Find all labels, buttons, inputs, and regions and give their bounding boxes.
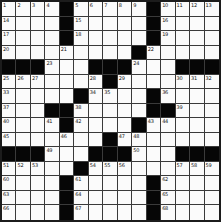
cell-r6c3[interactable]: 27 — [31, 75, 45, 90]
cell-r6c5[interactable] — [60, 75, 74, 90]
cell-r12c11[interactable] — [147, 162, 161, 177]
clue-number-56: 56 — [119, 162, 125, 168]
cell-r6c11[interactable] — [147, 75, 161, 90]
cell-r2c14[interactable] — [190, 17, 204, 32]
cell-r12c2[interactable]: 52 — [16, 162, 30, 177]
cell-r1c6[interactable]: 5 — [74, 2, 88, 17]
cell-r11c4[interactable]: 49 — [45, 147, 59, 162]
cell-r4c13[interactable] — [176, 46, 190, 61]
cell-r10c13[interactable] — [176, 133, 190, 148]
cell-r3c4[interactable] — [45, 31, 59, 46]
cell-r9c3[interactable] — [31, 118, 45, 133]
cell-r7c4[interactable] — [45, 89, 59, 104]
cell-r8c13[interactable]: 39 — [176, 104, 190, 119]
cell-r12c12[interactable] — [161, 162, 175, 177]
cell-r4c8[interactable] — [103, 46, 117, 61]
cell-r9c14[interactable] — [190, 118, 204, 133]
clue-number-4: 4 — [46, 2, 49, 8]
cell-r3c3[interactable] — [31, 31, 45, 46]
black-cell-r11c14 — [190, 147, 204, 162]
cell-r1c1[interactable]: 1 — [2, 2, 16, 17]
cell-r4c3[interactable] — [31, 46, 45, 61]
clue-number-36: 36 — [162, 89, 168, 95]
black-cell-r11c3 — [31, 147, 45, 162]
black-cell-r11c8 — [103, 147, 117, 162]
clue-number-66: 66 — [3, 205, 9, 211]
cell-r13c8[interactable] — [103, 176, 117, 191]
cell-r12c13[interactable]: 57 — [176, 162, 190, 177]
cell-r15c12[interactable]: 68 — [161, 205, 175, 220]
cell-r10c4[interactable] — [45, 133, 59, 148]
cell-r7c3[interactable] — [31, 89, 45, 104]
black-cell-r9c10 — [132, 118, 146, 133]
cell-r6c6[interactable] — [74, 75, 88, 90]
cell-r7c14[interactable] — [190, 89, 204, 104]
cell-r12c7[interactable]: 54 — [89, 162, 103, 177]
cell-r3c8[interactable] — [103, 31, 117, 46]
clue-number-55: 55 — [104, 162, 110, 168]
cell-r12c5[interactable] — [60, 162, 74, 177]
cell-r3c9[interactable] — [118, 31, 132, 46]
clue-number-2: 2 — [17, 2, 20, 8]
cell-r10c3[interactable] — [31, 133, 45, 148]
black-cell-r1c5 — [60, 2, 74, 17]
clue-number-34: 34 — [90, 89, 96, 95]
clue-number-61: 61 — [75, 176, 81, 182]
clue-number-6: 6 — [90, 2, 93, 8]
cell-r8c3[interactable] — [31, 104, 45, 119]
clue-number-26: 26 — [17, 75, 23, 81]
black-cell-r5c13 — [176, 60, 190, 75]
black-cell-r3c5 — [60, 31, 74, 46]
cell-r1c15[interactable]: 13 — [205, 2, 219, 17]
cell-r2c7[interactable] — [89, 17, 103, 32]
clue-number-62: 62 — [162, 176, 168, 182]
cell-r14c2[interactable] — [16, 191, 30, 206]
cell-r4c6[interactable] — [74, 46, 88, 61]
clue-number-35: 35 — [104, 89, 110, 95]
black-cell-r11c9 — [118, 147, 132, 162]
cell-r1c14[interactable]: 12 — [190, 2, 204, 17]
clue-number-57: 57 — [177, 162, 183, 168]
cell-r10c7[interactable] — [89, 133, 103, 148]
cell-r8c7[interactable] — [89, 104, 103, 119]
cell-r2c15[interactable] — [205, 17, 219, 32]
black-cell-r5c1 — [2, 60, 16, 75]
clue-number-28: 28 — [90, 75, 96, 81]
cell-r5c10[interactable]: 24 — [132, 60, 146, 75]
clue-number-3: 3 — [32, 2, 35, 8]
cell-r12c8[interactable]: 55 — [103, 162, 117, 177]
cell-r13c4[interactable] — [45, 176, 59, 191]
black-cell-r2c5 — [60, 17, 74, 32]
black-cell-r13c11 — [147, 176, 161, 191]
cell-r6c14[interactable]: 31 — [190, 75, 204, 90]
clue-number-7: 7 — [104, 2, 107, 8]
cell-r2c8[interactable] — [103, 17, 117, 32]
cell-r12c4[interactable] — [45, 162, 59, 177]
cell-r4c2[interactable] — [16, 46, 30, 61]
clue-number-41: 41 — [46, 118, 52, 124]
cell-r14c1[interactable]: 63 — [2, 191, 16, 206]
cell-r5c4[interactable]: 23 — [45, 60, 59, 75]
black-cell-r10c8 — [103, 133, 117, 148]
cell-r11c10[interactable]: 50 — [132, 147, 146, 162]
cell-r10c11[interactable] — [147, 133, 161, 148]
clue-number-23: 23 — [46, 60, 52, 66]
cell-r7c12[interactable]: 36 — [161, 89, 175, 104]
cell-r3c6[interactable]: 18 — [74, 31, 88, 46]
cell-r3c13[interactable] — [176, 31, 190, 46]
cell-r3c12[interactable]: 19 — [161, 31, 175, 46]
cell-r10c10[interactable]: 48 — [132, 133, 146, 148]
crossword-puzzle: 1234567891011121314151617181920212223242… — [0, 0, 221, 222]
cell-r12c10[interactable] — [132, 162, 146, 177]
cell-r6c12[interactable] — [161, 75, 175, 90]
cell-r10c12[interactable] — [161, 133, 175, 148]
cell-r13c6[interactable]: 61 — [74, 176, 88, 191]
cell-r1c9[interactable]: 8 — [118, 2, 132, 17]
clue-number-47: 47 — [119, 133, 125, 139]
cell-r7c5[interactable] — [60, 89, 74, 104]
cell-r10c6[interactable] — [74, 133, 88, 148]
cell-r9c1[interactable]: 40 — [2, 118, 16, 133]
cell-r1c10[interactable]: 9 — [132, 2, 146, 17]
clue-number-30: 30 — [177, 75, 183, 81]
clue-number-1: 1 — [3, 2, 6, 8]
clue-number-19: 19 — [162, 31, 168, 37]
clue-number-54: 54 — [90, 162, 96, 168]
clue-number-38: 38 — [75, 104, 81, 110]
cell-r3c1[interactable]: 17 — [2, 31, 16, 46]
clue-number-25: 25 — [3, 75, 9, 81]
cell-r14c12[interactable]: 65 — [161, 191, 175, 206]
cell-r8c10[interactable] — [132, 104, 146, 119]
cell-r13c1[interactable]: 60 — [2, 176, 16, 191]
clue-number-27: 27 — [32, 75, 38, 81]
clue-number-15: 15 — [75, 17, 81, 23]
cell-r14c14[interactable] — [190, 191, 204, 206]
cell-r2c9[interactable] — [118, 17, 132, 32]
cell-r8c9[interactable] — [118, 104, 132, 119]
cell-r9c13[interactable] — [176, 118, 190, 133]
cell-r4c7[interactable] — [89, 46, 103, 61]
cell-r9c4[interactable]: 41 — [45, 118, 59, 133]
cell-r15c15[interactable] — [205, 205, 219, 220]
crossword-grid: 1234567891011121314151617181920212223242… — [0, 0, 221, 222]
cell-r9c11[interactable]: 43 — [147, 118, 161, 133]
cell-r7c13[interactable] — [176, 89, 190, 104]
black-cell-r8c5 — [60, 104, 74, 119]
cell-r5c6[interactable] — [74, 60, 88, 75]
cell-r11c12[interactable] — [161, 147, 175, 162]
cell-r13c2[interactable] — [16, 176, 30, 191]
cell-r15c1[interactable]: 66 — [2, 205, 16, 220]
clue-number-45: 45 — [3, 133, 9, 139]
clue-number-68: 68 — [162, 205, 168, 211]
cell-r10c2[interactable] — [16, 133, 30, 148]
cell-r14c3[interactable] — [31, 191, 45, 206]
cell-r13c13[interactable] — [176, 176, 190, 191]
cell-r8c15[interactable] — [205, 104, 219, 119]
cell-r3c2[interactable] — [16, 31, 30, 46]
cell-r13c3[interactable] — [31, 176, 45, 191]
clue-number-20: 20 — [3, 46, 9, 52]
black-cell-r15c5 — [60, 205, 74, 220]
cell-r8c2[interactable] — [16, 104, 30, 119]
clue-number-9: 9 — [133, 2, 136, 8]
cell-r15c10[interactable] — [132, 205, 146, 220]
cell-r5c5[interactable] — [60, 60, 74, 75]
clue-number-29: 29 — [119, 75, 125, 81]
cell-r13c14[interactable] — [190, 176, 204, 191]
cell-r3c15[interactable] — [205, 31, 219, 46]
cell-r14c4[interactable] — [45, 191, 59, 206]
cell-r7c10[interactable] — [132, 89, 146, 104]
cell-r9c15[interactable] — [205, 118, 219, 133]
cell-r2c10[interactable] — [132, 17, 146, 32]
clue-number-60: 60 — [3, 176, 9, 182]
black-cell-r5c3 — [31, 60, 45, 75]
cell-r11c6[interactable] — [74, 147, 88, 162]
black-cell-r2c11 — [147, 17, 161, 32]
black-cell-r9c5 — [60, 118, 74, 133]
cell-r7c15[interactable] — [205, 89, 219, 104]
clue-number-21: 21 — [61, 46, 67, 52]
cell-r7c9[interactable] — [118, 89, 132, 104]
clue-number-32: 32 — [206, 75, 212, 81]
clue-number-67: 67 — [75, 205, 81, 211]
cell-r14c15[interactable] — [205, 191, 219, 206]
clue-number-33: 33 — [3, 89, 9, 95]
black-cell-r11c7 — [89, 147, 103, 162]
cell-r2c13[interactable] — [176, 17, 190, 32]
cell-r1c13[interactable]: 11 — [176, 2, 190, 17]
cell-r2c2[interactable] — [16, 17, 30, 32]
black-cell-r13c5 — [60, 176, 74, 191]
cell-r9c8[interactable] — [103, 118, 117, 133]
cell-r8c6[interactable]: 38 — [74, 104, 88, 119]
clue-number-48: 48 — [133, 133, 139, 139]
cell-r6c9[interactable]: 29 — [118, 75, 132, 90]
cell-r7c8[interactable]: 35 — [103, 89, 117, 104]
cell-r1c12[interactable]: 10 — [161, 2, 175, 17]
clue-number-31: 31 — [191, 75, 197, 81]
cell-r9c6[interactable]: 42 — [74, 118, 88, 133]
cell-r6c15[interactable]: 32 — [205, 75, 219, 90]
cell-r9c9[interactable] — [118, 118, 132, 133]
cell-r13c15[interactable] — [205, 176, 219, 191]
black-cell-r7c6 — [74, 89, 88, 104]
clue-number-16: 16 — [162, 17, 168, 23]
clue-number-11: 11 — [177, 2, 183, 8]
cell-r4c15[interactable] — [205, 46, 219, 61]
clue-number-18: 18 — [75, 31, 81, 37]
cell-r2c1[interactable]: 14 — [2, 17, 16, 32]
black-cell-r5c15 — [205, 60, 219, 75]
cell-r12c14[interactable]: 58 — [190, 162, 204, 177]
black-cell-r5c2 — [16, 60, 30, 75]
cell-r15c7[interactable] — [89, 205, 103, 220]
cell-r6c1[interactable]: 25 — [2, 75, 16, 90]
black-cell-r12c6 — [74, 162, 88, 177]
clue-number-13: 13 — [206, 2, 212, 8]
clue-number-22: 22 — [148, 46, 154, 52]
cell-r2c3[interactable] — [31, 17, 45, 32]
cell-r15c6[interactable]: 67 — [74, 205, 88, 220]
black-cell-r5c9 — [118, 60, 132, 75]
black-cell-r14c5 — [60, 191, 74, 206]
clue-number-46: 46 — [61, 133, 67, 139]
cell-r15c9[interactable] — [118, 205, 132, 220]
cell-r10c1[interactable]: 45 — [2, 133, 16, 148]
clue-number-17: 17 — [3, 31, 9, 37]
black-cell-r5c8 — [103, 60, 117, 75]
cell-r7c1[interactable]: 33 — [2, 89, 16, 104]
clue-number-59: 59 — [206, 162, 212, 168]
cell-r4c1[interactable]: 20 — [2, 46, 16, 61]
cell-r2c12[interactable]: 16 — [161, 17, 175, 32]
clue-number-43: 43 — [148, 118, 154, 124]
cell-r14c13[interactable] — [176, 191, 190, 206]
cell-r4c9[interactable] — [118, 46, 132, 61]
cell-r13c10[interactable] — [132, 176, 146, 191]
clue-number-39: 39 — [177, 104, 183, 110]
cell-r8c8[interactable] — [103, 104, 117, 119]
cell-r6c13[interactable]: 30 — [176, 75, 190, 90]
black-cell-r7c11 — [147, 89, 161, 104]
cell-r15c13[interactable] — [176, 205, 190, 220]
cell-r8c14[interactable] — [190, 104, 204, 119]
clue-number-24: 24 — [133, 60, 139, 66]
clue-number-12: 12 — [191, 2, 197, 8]
black-cell-r11c13 — [176, 147, 190, 162]
black-cell-r5c7 — [89, 60, 103, 75]
cell-r14c7[interactable] — [89, 191, 103, 206]
black-cell-r3c11 — [147, 31, 161, 46]
cell-r4c11[interactable]: 22 — [147, 46, 161, 61]
black-cell-r5c14 — [190, 60, 204, 75]
cell-r15c3[interactable] — [31, 205, 45, 220]
cell-r1c8[interactable]: 7 — [103, 2, 117, 17]
cell-r15c14[interactable] — [190, 205, 204, 220]
cell-r5c12[interactable] — [161, 60, 175, 75]
cell-r10c14[interactable] — [190, 133, 204, 148]
cell-r9c12[interactable]: 44 — [161, 118, 175, 133]
cell-r1c7[interactable]: 6 — [89, 2, 103, 17]
black-cell-r6c8 — [103, 75, 117, 90]
cell-r2c6[interactable]: 15 — [74, 17, 88, 32]
clue-number-49: 49 — [46, 147, 52, 153]
clue-number-50: 50 — [133, 147, 139, 153]
black-cell-r8c11 — [147, 104, 161, 119]
cell-r13c12[interactable]: 62 — [161, 176, 175, 191]
cell-r14c9[interactable] — [118, 191, 132, 206]
clue-number-14: 14 — [3, 17, 9, 23]
cell-r4c14[interactable] — [190, 46, 204, 61]
cell-r10c15[interactable] — [205, 133, 219, 148]
cell-r12c15[interactable]: 59 — [205, 162, 219, 177]
cell-r10c9[interactable]: 47 — [118, 133, 132, 148]
cell-r6c2[interactable]: 26 — [16, 75, 30, 90]
black-cell-r1c11 — [147, 2, 161, 17]
black-cell-r11c2 — [16, 147, 30, 162]
black-cell-r8c4 — [45, 104, 59, 119]
black-cell-r11c1 — [2, 147, 16, 162]
cell-r14c8[interactable] — [103, 191, 117, 206]
cell-r15c8[interactable] — [103, 205, 117, 220]
cell-r9c7[interactable] — [89, 118, 103, 133]
cell-r4c5[interactable]: 21 — [60, 46, 74, 61]
cell-r7c7[interactable]: 34 — [89, 89, 103, 104]
clue-number-37: 37 — [3, 104, 9, 110]
clue-number-40: 40 — [3, 118, 9, 124]
cell-r15c4[interactable] — [45, 205, 59, 220]
cell-r12c9[interactable]: 56 — [118, 162, 132, 177]
cell-r3c10[interactable] — [132, 31, 146, 46]
cell-r13c9[interactable] — [118, 176, 132, 191]
clue-number-63: 63 — [3, 191, 9, 197]
cell-r12c1[interactable]: 51 — [2, 162, 16, 177]
black-cell-r11c15 — [205, 147, 219, 162]
cell-r11c11[interactable] — [147, 147, 161, 162]
clue-number-52: 52 — [17, 162, 23, 168]
cell-r6c10[interactable] — [132, 75, 146, 90]
clue-number-53: 53 — [32, 162, 38, 168]
clue-number-64: 64 — [75, 191, 81, 197]
cell-r2c4[interactable] — [45, 17, 59, 32]
black-cell-r8c12 — [161, 104, 175, 119]
black-cell-r14c11 — [147, 191, 161, 206]
cell-r4c4[interactable] — [45, 46, 59, 61]
cell-r1c2[interactable]: 2 — [16, 2, 30, 17]
cell-r5c11[interactable] — [147, 60, 161, 75]
cell-r14c10[interactable] — [132, 191, 146, 206]
cell-r8c1[interactable]: 37 — [2, 104, 16, 119]
cell-r6c4[interactable] — [45, 75, 59, 90]
cell-r7c2[interactable] — [16, 89, 30, 104]
clue-number-65: 65 — [162, 191, 168, 197]
cell-r9c2[interactable] — [16, 118, 30, 133]
cell-r1c4[interactable]: 4 — [45, 2, 59, 17]
black-cell-r15c11 — [147, 205, 161, 220]
black-cell-r4c10 — [132, 46, 146, 61]
cell-r11c5[interactable] — [60, 147, 74, 162]
clue-number-5: 5 — [75, 2, 78, 8]
cell-r12c3[interactable]: 53 — [31, 162, 45, 177]
cell-r3c14[interactable] — [190, 31, 204, 46]
cell-r13c7[interactable] — [89, 176, 103, 191]
clue-number-10: 10 — [162, 2, 168, 8]
cell-r14c6[interactable]: 64 — [74, 191, 88, 206]
cell-r4c12[interactable] — [161, 46, 175, 61]
clue-number-44: 44 — [162, 118, 168, 124]
clue-number-8: 8 — [119, 2, 122, 8]
cell-r10c5[interactable]: 46 — [60, 133, 74, 148]
cell-r15c2[interactable] — [16, 205, 30, 220]
clue-number-58: 58 — [191, 162, 197, 168]
cell-r1c3[interactable]: 3 — [31, 2, 45, 17]
clue-number-51: 51 — [3, 162, 9, 168]
cell-r6c7[interactable]: 28 — [89, 75, 103, 90]
cell-r3c7[interactable] — [89, 31, 103, 46]
clue-number-42: 42 — [75, 118, 81, 124]
